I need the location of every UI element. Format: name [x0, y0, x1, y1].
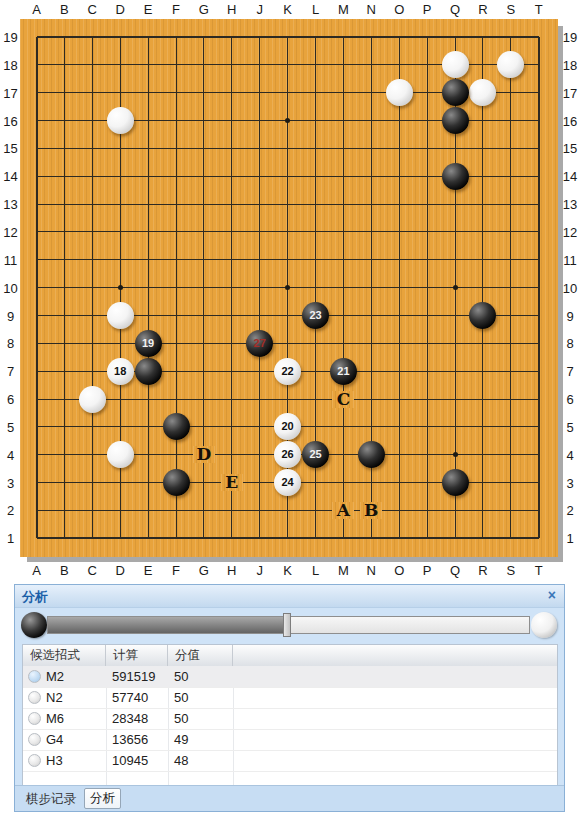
column-label-top: Q — [445, 2, 465, 17]
stone-black — [163, 469, 190, 496]
column-label-top: M — [333, 2, 353, 17]
row-label-left: 7 — [0, 364, 21, 379]
winrate-slider[interactable] — [47, 616, 530, 634]
candidate-calculations: 591519 — [112, 666, 155, 687]
candidate-move: M2 — [46, 666, 64, 687]
row-label-right: 6 — [559, 392, 581, 407]
grid-line-horizontal — [37, 204, 539, 205]
grid-line-horizontal — [37, 231, 539, 232]
stone-bullet-icon — [28, 712, 41, 725]
app-window: ABCDE18222026241921232527 分析 × 候选招式计算分值 … — [0, 0, 582, 825]
row-label-right: 18 — [559, 58, 581, 73]
candidate-moves-table: 候选招式计算分值 M259151950N25774050M62834850G41… — [22, 644, 558, 786]
stone-white — [497, 51, 524, 78]
column-label-bottom: Q — [445, 563, 465, 578]
stone-bullet-icon — [28, 733, 41, 746]
move-number-label: 23 — [302, 302, 329, 329]
candidate-table-body: M259151950N25774050M62834850G41365649H31… — [23, 666, 557, 785]
column-label-bottom: F — [166, 563, 186, 578]
stone-white — [442, 51, 469, 78]
go-board[interactable]: ABCDE18222026241921232527 — [20, 19, 558, 557]
stone-white — [107, 107, 134, 134]
column-label-bottom: L — [306, 563, 326, 578]
grid-line-horizontal — [37, 259, 539, 260]
column-label-top: O — [389, 2, 409, 17]
stone-black: 19 — [135, 330, 162, 357]
row-label-left: 15 — [0, 141, 21, 156]
row-label-right: 10 — [559, 281, 581, 296]
column-label-top: G — [194, 2, 214, 17]
stone-black — [135, 358, 162, 385]
row-label-right: 9 — [559, 309, 581, 324]
row-label-right: 3 — [559, 476, 581, 491]
star-point — [453, 452, 458, 457]
stone-white: 26 — [274, 441, 301, 468]
column-label-bottom: B — [54, 563, 74, 578]
column-label-bottom: O — [389, 563, 409, 578]
move-number-label: 18 — [107, 358, 134, 385]
row-label-left: 11 — [0, 253, 21, 268]
row-label-left: 9 — [0, 309, 21, 324]
candidate-row[interactable]: M62834850 — [23, 708, 557, 730]
candidate-move: H3 — [46, 750, 63, 771]
board-letter-mark: B — [360, 502, 382, 519]
row-label-right: 14 — [559, 169, 581, 184]
candidate-calculations: 57740 — [112, 687, 148, 708]
row-label-right: 5 — [559, 420, 581, 435]
move-number-label: 20 — [274, 413, 301, 440]
board-letter-mark: A — [332, 502, 354, 519]
move-number-label: 26 — [274, 441, 301, 468]
panel-tab-bar: 棋步记录 分析 — [15, 785, 564, 811]
winrate-slider-thumb[interactable] — [283, 613, 291, 637]
column-label-top: R — [473, 2, 493, 17]
row-label-left: 6 — [0, 392, 21, 407]
candidate-move: G4 — [46, 729, 63, 750]
analysis-panel: 分析 × 候选招式计算分值 M259151950N25774050M628348… — [14, 584, 565, 812]
candidate-move: N2 — [46, 687, 63, 708]
row-label-right: 19 — [559, 30, 581, 45]
candidate-table-header: 候选招式计算分值 — [23, 645, 557, 667]
stone-black — [358, 441, 385, 468]
stone-bullet-icon — [28, 691, 41, 704]
winrate-slider-row — [15, 608, 564, 644]
white-stone-icon — [531, 612, 557, 638]
row-label-left: 1 — [0, 531, 21, 546]
column-label-bottom: M — [333, 563, 353, 578]
tab-move-record[interactable]: 棋步记录 — [26, 791, 76, 808]
header-cell: 候选招式 — [23, 645, 106, 666]
stone-white — [107, 441, 134, 468]
move-number-label: 24 — [274, 469, 301, 496]
column-label-top: L — [306, 2, 326, 17]
stone-black: 25 — [302, 441, 329, 468]
row-label-right: 15 — [559, 141, 581, 156]
grid-line-horizontal — [37, 399, 539, 400]
board-letter-mark: E — [221, 474, 243, 491]
stone-black — [442, 469, 469, 496]
column-label-top: S — [501, 2, 521, 17]
grid-line-horizontal — [37, 510, 539, 511]
header-cell: 计算 — [106, 645, 168, 666]
column-label-bottom: D — [110, 563, 130, 578]
winrate-slider-fill — [48, 617, 284, 633]
grid-line-horizontal — [37, 36, 539, 38]
candidate-score: 49 — [174, 729, 188, 750]
row-label-left: 19 — [0, 30, 21, 45]
column-label-top: J — [250, 2, 270, 17]
row-label-left: 5 — [0, 420, 21, 435]
row-label-right: 8 — [559, 336, 581, 351]
candidate-calculations: 13656 — [112, 729, 148, 750]
grid-line-horizontal — [37, 148, 539, 149]
stone-black: 21 — [330, 358, 357, 385]
move-number-label: 21 — [330, 358, 357, 385]
column-label-bottom: K — [278, 563, 298, 578]
candidate-row[interactable]: H31094548 — [23, 750, 557, 772]
candidate-calculations: 28348 — [112, 708, 148, 729]
stone-white: 18 — [107, 358, 134, 385]
stone-black: 23 — [302, 302, 329, 329]
analysis-panel-title: 分析 — [22, 588, 48, 606]
stone-black — [442, 79, 469, 106]
row-label-right: 11 — [559, 253, 581, 268]
stone-black: 27 — [246, 330, 273, 357]
column-label-top: F — [166, 2, 186, 17]
row-label-left: 10 — [0, 281, 21, 296]
column-label-top: H — [222, 2, 242, 17]
column-label-bottom: J — [250, 563, 270, 578]
row-label-left: 17 — [0, 86, 21, 101]
column-label-bottom: N — [361, 563, 381, 578]
column-label-bottom: R — [473, 563, 493, 578]
stone-white — [469, 79, 496, 106]
column-label-bottom: S — [501, 563, 521, 578]
column-label-top: A — [27, 2, 47, 17]
stone-bullet-icon — [28, 754, 41, 767]
row-label-left: 14 — [0, 169, 21, 184]
row-label-right: 4 — [559, 448, 581, 463]
candidate-score: 50 — [174, 687, 188, 708]
header-cell: 分值 — [168, 645, 233, 666]
move-number-label: 19 — [135, 330, 162, 357]
grid-line-horizontal — [37, 343, 539, 344]
column-label-top: E — [138, 2, 158, 17]
grid-line-horizontal — [37, 537, 539, 539]
row-label-right: 7 — [559, 364, 581, 379]
column-label-bottom: C — [82, 563, 102, 578]
row-label-left: 13 — [0, 197, 21, 212]
candidate-move: M6 — [46, 708, 64, 729]
stone-white: 24 — [274, 469, 301, 496]
row-label-right: 16 — [559, 114, 581, 129]
row-label-left: 3 — [0, 476, 21, 491]
stone-white — [386, 79, 413, 106]
candidate-score: 50 — [174, 708, 188, 729]
row-label-right: 13 — [559, 197, 581, 212]
row-label-left: 4 — [0, 448, 21, 463]
column-label-top: K — [278, 2, 298, 17]
column-label-bottom: G — [194, 563, 214, 578]
column-label-top: T — [529, 2, 549, 17]
move-number-label: 27 — [246, 330, 273, 357]
tab-analysis[interactable]: 分析 — [84, 788, 121, 809]
column-label-bottom: A — [27, 563, 47, 578]
column-label-top: D — [110, 2, 130, 17]
column-label-top: P — [417, 2, 437, 17]
candidate-row[interactable]: N25774050 — [23, 687, 557, 709]
column-label-top: C — [82, 2, 102, 17]
column-label-top: B — [54, 2, 74, 17]
star-point — [285, 118, 290, 123]
row-label-right: 12 — [559, 225, 581, 240]
star-point — [118, 285, 123, 290]
candidate-score: 50 — [174, 666, 188, 687]
candidate-row[interactable]: M259151950 — [23, 666, 557, 688]
close-icon[interactable]: × — [548, 587, 556, 603]
row-label-left: 12 — [0, 225, 21, 240]
candidate-calculations: 10945 — [112, 750, 148, 771]
move-number-label: 22 — [274, 358, 301, 385]
column-label-bottom: P — [417, 563, 437, 578]
stone-black — [163, 413, 190, 440]
column-label-bottom: T — [529, 563, 549, 578]
stone-black — [442, 163, 469, 190]
move-number-label: 25 — [302, 441, 329, 468]
row-label-right: 17 — [559, 86, 581, 101]
stone-white — [79, 386, 106, 413]
stone-bullet-icon — [28, 670, 41, 683]
stone-white: 22 — [274, 358, 301, 385]
row-label-left: 18 — [0, 58, 21, 73]
row-label-right: 1 — [559, 531, 581, 546]
star-point — [285, 285, 290, 290]
candidate-row[interactable]: G41365649 — [23, 729, 557, 751]
column-label-top: N — [361, 2, 381, 17]
stone-black — [469, 302, 496, 329]
column-label-bottom: H — [222, 563, 242, 578]
row-label-left: 8 — [0, 336, 21, 351]
stone-black — [442, 107, 469, 134]
analysis-panel-titlebar: 分析 × — [15, 585, 564, 608]
column-label-bottom: E — [138, 563, 158, 578]
stone-white: 20 — [274, 413, 301, 440]
stone-white — [107, 302, 134, 329]
board-letter-mark: D — [193, 446, 215, 463]
black-stone-icon — [21, 612, 47, 638]
row-label-right: 2 — [559, 503, 581, 518]
board-letter-mark: C — [332, 391, 354, 408]
row-label-left: 16 — [0, 114, 21, 129]
star-point — [453, 285, 458, 290]
candidate-score: 48 — [174, 750, 188, 771]
row-label-left: 2 — [0, 503, 21, 518]
